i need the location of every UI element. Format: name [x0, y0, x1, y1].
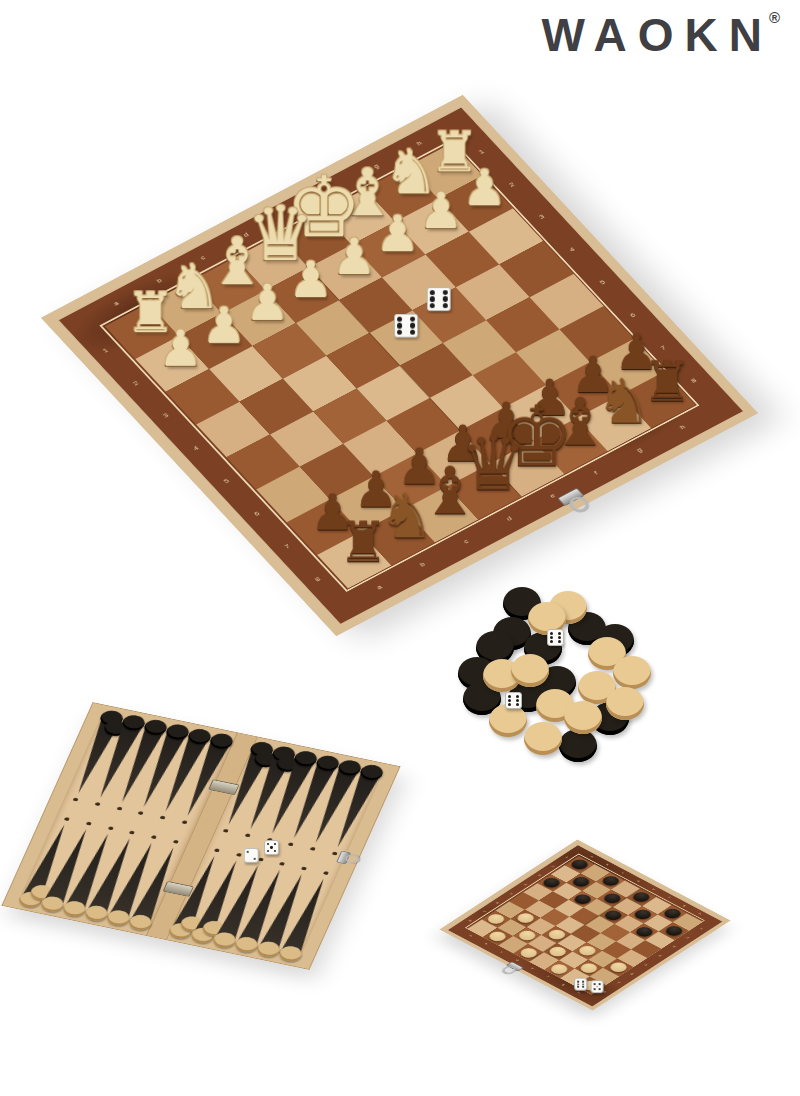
die-cell [403, 323, 408, 328]
die-pip [274, 850, 276, 852]
die-pip [599, 983, 601, 985]
die-billboard [591, 980, 604, 993]
die-pip [596, 986, 598, 988]
die-cell [554, 632, 557, 635]
chess-piece-white-pawn: ♟ [136, 324, 226, 374]
die-billboard [427, 287, 451, 311]
die-cell [436, 303, 441, 308]
die-cell [253, 851, 255, 853]
die-pip [516, 695, 519, 698]
brand-logo: WAOKN® [542, 10, 780, 58]
die-cell [599, 986, 601, 988]
die-cell [580, 983, 582, 985]
die-pip [516, 699, 519, 702]
die-cell [554, 640, 557, 643]
die-cell [250, 858, 252, 860]
clasp-ring [343, 854, 360, 865]
die-pip [397, 329, 402, 334]
checker-disc-light [511, 654, 549, 687]
die-pip [253, 858, 255, 860]
die-pip [582, 983, 584, 985]
die-icon [244, 848, 259, 863]
die-pip [410, 323, 415, 328]
chess-piece-black-rook: ♜ [318, 514, 408, 570]
die-cell [594, 986, 596, 988]
die-cell [267, 846, 269, 848]
die-pip [577, 983, 579, 985]
die-cell [403, 317, 408, 322]
die-cell [403, 329, 408, 334]
die-billboard [574, 978, 587, 991]
die-cell [250, 851, 252, 853]
die-icon [264, 840, 279, 855]
die-billboard [244, 848, 259, 863]
die-pip [274, 843, 276, 845]
die-pip [247, 851, 249, 853]
die-billboard [264, 840, 279, 855]
die-pip [550, 640, 553, 643]
die-icon [591, 980, 604, 993]
die-icon [505, 692, 522, 709]
die-cell [512, 703, 515, 706]
die-cell [596, 983, 598, 985]
die-pip [558, 636, 561, 639]
die-pip [442, 297, 447, 302]
die-pip [267, 843, 269, 845]
die-pip [442, 290, 447, 295]
die-icon [574, 978, 587, 991]
die-pip [410, 317, 415, 322]
die-pip [270, 846, 272, 848]
die-cell [270, 850, 272, 852]
die-pip [397, 323, 402, 328]
die-pip [550, 636, 553, 639]
registered-mark-icon: ® [769, 9, 780, 26]
die-cell [247, 854, 249, 856]
die-pip [577, 986, 579, 988]
die-icon [394, 314, 418, 338]
die-pip [430, 297, 435, 302]
die-cell [512, 695, 515, 698]
backgammon-board [1, 702, 400, 970]
die-pip [516, 703, 519, 706]
die-cell [580, 986, 582, 988]
die-cell [250, 854, 252, 856]
die-cell [554, 636, 557, 639]
checker-disc-light [524, 722, 562, 755]
die-pip [508, 695, 511, 698]
brand-name: WAOKN [542, 9, 773, 61]
checkers-pile [450, 585, 780, 785]
die-pip [267, 850, 269, 852]
checker-disc-light [564, 701, 602, 734]
die-pip [410, 329, 415, 334]
die-pip [508, 703, 511, 706]
die-pip [430, 290, 435, 295]
die-icon [547, 629, 564, 646]
die-cell [270, 843, 272, 845]
die-pip [430, 303, 435, 308]
checkers-board: 11aa22bb33cc44dd55ee66ff77gg88hh [440, 839, 731, 1010]
die-cell [436, 290, 441, 295]
die-pip [397, 317, 402, 322]
backgammon-checker-black [270, 745, 297, 764]
die-pip [550, 632, 553, 635]
die-cell [436, 297, 441, 302]
die-icon [427, 287, 451, 311]
die-cell [580, 981, 582, 983]
die-pip [508, 699, 511, 702]
die-pip [582, 981, 584, 983]
product-photo-canvas: WAOKN® 11aa22bb33cc44dd55ee66ff77gg88hh♜… [0, 0, 800, 1096]
die-pip [558, 640, 561, 643]
die-billboard [394, 314, 418, 338]
chess-board: 11aa22bb33cc44dd55ee66ff77gg88hh♜♞♝♛♚♝♞♜… [41, 95, 758, 636]
die-pip [442, 303, 447, 308]
checker-disc-light [613, 656, 651, 689]
die-cell [512, 699, 515, 702]
die-pip [594, 988, 596, 990]
die-cell [247, 858, 249, 860]
die-pip [582, 986, 584, 988]
checker-disc-light [606, 687, 644, 720]
die-pip [599, 988, 601, 990]
die-pip [558, 632, 561, 635]
die-cell [274, 846, 276, 848]
die-cell [596, 988, 598, 990]
die-pip [577, 981, 579, 983]
die-pip [594, 983, 596, 985]
backgammon-checker-black [314, 754, 341, 773]
die-cell [253, 854, 255, 856]
